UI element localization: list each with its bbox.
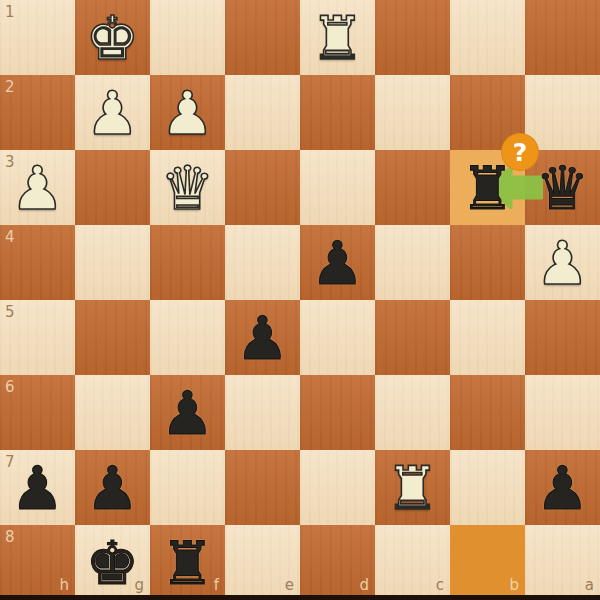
black-pawn-g7[interactable]: ♟: [75, 450, 150, 525]
black-pawn-e5[interactable]: ♟: [225, 300, 300, 375]
square-d3[interactable]: [300, 150, 375, 225]
square-h4[interactable]: 4: [0, 225, 75, 300]
square-c6[interactable]: [375, 375, 450, 450]
black-pawn-h7[interactable]: ♟: [0, 450, 75, 525]
white-pawn-h3[interactable]: ♟: [0, 150, 75, 225]
square-g3[interactable]: [75, 150, 150, 225]
square-b1[interactable]: [450, 0, 525, 75]
square-g5[interactable]: [75, 300, 150, 375]
file-label-d: d: [359, 576, 369, 594]
square-f1[interactable]: [150, 0, 225, 75]
square-e2[interactable]: [225, 75, 300, 150]
square-f4[interactable]: [150, 225, 225, 300]
file-label-b: b: [509, 576, 519, 594]
rank-label-4: 4: [5, 228, 15, 246]
square-b4[interactable]: [450, 225, 525, 300]
square-d2[interactable]: [300, 75, 375, 150]
black-pawn-d4[interactable]: ♟: [300, 225, 375, 300]
square-e7[interactable]: [225, 450, 300, 525]
square-a8[interactable]: a: [525, 525, 600, 600]
square-d8[interactable]: d: [300, 525, 375, 600]
rank-label-2: 2: [5, 78, 15, 96]
square-d5[interactable]: [300, 300, 375, 375]
black-rook-f8[interactable]: ♜: [150, 525, 225, 600]
square-e1[interactable]: [225, 0, 300, 75]
square-b6[interactable]: [450, 375, 525, 450]
square-b8[interactable]: b: [450, 525, 525, 600]
square-e4[interactable]: [225, 225, 300, 300]
white-king-g1[interactable]: ♚: [75, 0, 150, 75]
square-e6[interactable]: [225, 375, 300, 450]
square-c4[interactable]: [375, 225, 450, 300]
white-queen-f3[interactable]: ♛: [150, 150, 225, 225]
square-c5[interactable]: [375, 300, 450, 375]
square-b5[interactable]: [450, 300, 525, 375]
file-label-e: e: [285, 576, 294, 594]
square-h6[interactable]: 6: [0, 375, 75, 450]
white-pawn-g2[interactable]: ♟: [75, 75, 150, 150]
square-h1[interactable]: 1: [0, 0, 75, 75]
black-pawn-f6[interactable]: ♟: [150, 375, 225, 450]
square-b7[interactable]: [450, 450, 525, 525]
square-d6[interactable]: [300, 375, 375, 450]
rank-label-6: 6: [5, 378, 15, 396]
black-rook-b3[interactable]: ♜: [450, 150, 525, 225]
rank-label-1: 1: [5, 3, 15, 21]
square-c1[interactable]: [375, 0, 450, 75]
square-b2[interactable]: [450, 75, 525, 150]
square-f7[interactable]: [150, 450, 225, 525]
square-e3[interactable]: [225, 150, 300, 225]
square-g4[interactable]: [75, 225, 150, 300]
square-f5[interactable]: [150, 300, 225, 375]
white-pawn-f2[interactable]: ♟: [150, 75, 225, 150]
board-bottom-edge: [0, 595, 600, 600]
square-h2[interactable]: 2: [0, 75, 75, 150]
square-c8[interactable]: c: [375, 525, 450, 600]
file-label-c: c: [436, 576, 444, 594]
rank-label-8: 8: [5, 528, 15, 546]
square-c3[interactable]: [375, 150, 450, 225]
square-g6[interactable]: [75, 375, 150, 450]
file-label-h: h: [59, 576, 69, 594]
square-h5[interactable]: 5: [0, 300, 75, 375]
square-c2[interactable]: [375, 75, 450, 150]
white-rook-d1[interactable]: ♜: [300, 0, 375, 75]
square-e8[interactable]: e: [225, 525, 300, 600]
chess-board: 12345678hgfedcba ♚♜♟♟♟♛♟♜♜♛♟♟♟♟♟♟♜♚?: [0, 0, 600, 600]
square-a5[interactable]: [525, 300, 600, 375]
square-a2[interactable]: [525, 75, 600, 150]
square-a1[interactable]: [525, 0, 600, 75]
square-a6[interactable]: [525, 375, 600, 450]
white-rook-c7[interactable]: ♜: [375, 450, 450, 525]
square-h8[interactable]: 8h: [0, 525, 75, 600]
white-pawn-a4[interactable]: ♟: [525, 225, 600, 300]
file-label-a: a: [585, 576, 594, 594]
black-pawn-a7[interactable]: ♟: [525, 450, 600, 525]
rank-label-5: 5: [5, 303, 15, 321]
black-king-g8[interactable]: ♚: [75, 525, 150, 600]
square-d7[interactable]: [300, 450, 375, 525]
black-queen-a3[interactable]: ♛: [525, 150, 600, 225]
